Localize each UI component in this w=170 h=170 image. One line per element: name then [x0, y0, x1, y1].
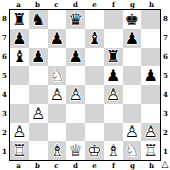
rank-label-6: 6 [161, 47, 170, 66]
rank-label-2: 2 [161, 123, 170, 142]
piece-outline: ♙ [123, 123, 142, 142]
piece-white-rook: ♜♖ [141, 141, 160, 160]
rank-label-4: 4 [0, 85, 9, 104]
square-a6[interactable]: ♝ [10, 48, 29, 67]
square-b5[interactable] [29, 66, 48, 85]
piece-white-pawn: ♟♙ [104, 85, 123, 104]
rank-label-5: 5 [0, 66, 9, 85]
file-label-a: a [9, 0, 28, 9]
square-d7[interactable] [66, 29, 85, 48]
square-g1[interactable]: ♞♘ [123, 141, 142, 160]
piece-outline: ♙ [10, 123, 29, 142]
piece-black-pawn: ♟ [66, 48, 85, 67]
file-label-d: d [66, 161, 85, 170]
square-d5[interactable] [66, 66, 85, 85]
rank-labels-right: 87654321 [161, 9, 170, 161]
rank-label-2: 2 [0, 123, 9, 142]
square-e5[interactable] [85, 66, 104, 85]
square-e2[interactable] [85, 123, 104, 142]
file-label-c: c [47, 0, 66, 9]
piece-outline: ♗ [48, 141, 67, 160]
square-h4[interactable] [141, 85, 160, 104]
square-g5[interactable] [123, 66, 142, 85]
square-d3[interactable] [66, 104, 85, 123]
square-c6[interactable] [48, 48, 67, 67]
piece-black-pawn: ♟ [29, 48, 48, 67]
piece-black-knight: ♞ [29, 10, 48, 29]
piece-outline: ♖ [10, 141, 29, 160]
file-label-g: g [123, 161, 142, 170]
piece-white-king: ♚♔ [85, 141, 104, 160]
piece-outline: ♙ [48, 85, 67, 104]
square-b1[interactable] [29, 141, 48, 160]
square-a7[interactable]: ♟ [10, 29, 29, 48]
rank-labels-left: 87654321 [0, 9, 9, 161]
piece-black-pawn: ♟ [141, 66, 160, 85]
square-e7[interactable]: ♝ [85, 29, 104, 48]
square-a2[interactable]: ♟♙ [10, 123, 29, 142]
piece-white-queen: ♛♕ [66, 141, 85, 160]
square-e4[interactable] [85, 85, 104, 104]
square-f3[interactable] [104, 104, 123, 123]
rank-label-6: 6 [0, 47, 9, 66]
piece-outline: ♘ [123, 141, 142, 160]
piece-outline: ♗ [104, 141, 123, 160]
file-label-h: h [142, 161, 161, 170]
square-a8[interactable]: ♜ [10, 10, 29, 29]
square-b4[interactable] [29, 85, 48, 104]
square-b7[interactable] [29, 29, 48, 48]
square-h3[interactable] [141, 104, 160, 123]
square-f6[interactable]: ♜ [104, 48, 123, 67]
square-e3[interactable] [85, 104, 104, 123]
square-h8[interactable] [141, 10, 160, 29]
square-c8[interactable] [48, 10, 67, 29]
piece-white-pawn: ♟♙ [10, 123, 29, 142]
piece-white-knight: ♞♘ [123, 141, 142, 160]
square-h6[interactable] [141, 48, 160, 67]
piece-outline: ♕ [66, 141, 85, 160]
square-d2[interactable] [66, 123, 85, 142]
file-label-e: e [85, 161, 104, 170]
square-c7[interactable]: ♟ [48, 29, 67, 48]
file-label-e: e [85, 0, 104, 9]
square-a4[interactable] [10, 85, 29, 104]
piece-black-rook: ♜ [10, 10, 29, 29]
rank-label-4: 4 [161, 85, 170, 104]
piece-white-knight: ♞♘ [48, 66, 67, 85]
piece-outline: ♖ [141, 141, 160, 160]
square-b8[interactable]: ♞ [29, 10, 48, 29]
piece-white-pawn: ♟♙ [123, 123, 142, 142]
piece-outline: ♙ [29, 104, 48, 123]
square-e6[interactable] [85, 48, 104, 67]
piece-black-pawn: ♟ [104, 66, 123, 85]
square-f8[interactable] [104, 10, 123, 29]
square-c5[interactable]: ♞♘ [48, 66, 67, 85]
square-g2[interactable]: ♟♙ [123, 123, 142, 142]
rank-label-8: 8 [161, 9, 170, 28]
square-g8[interactable]: ♚ [123, 10, 142, 29]
rank-label-5: 5 [161, 66, 170, 85]
square-d6[interactable]: ♟ [66, 48, 85, 67]
file-label-a: a [9, 161, 28, 170]
piece-outline: ♙ [141, 123, 160, 142]
file-label-f: f [104, 0, 123, 9]
piece-black-pawn: ♟ [10, 29, 29, 48]
file-label-b: b [28, 161, 47, 170]
square-g3[interactable] [123, 104, 142, 123]
file-labels-top: abcdefgh [9, 0, 161, 9]
piece-black-bishop: ♝ [85, 29, 104, 48]
white-to-move-indicator: △ [160, 158, 170, 170]
piece-white-pawn: ♟♙ [29, 104, 48, 123]
piece-outline: ♙ [104, 85, 123, 104]
square-d1[interactable]: ♛♕ [66, 141, 85, 160]
square-b6[interactable]: ♟ [29, 48, 48, 67]
square-e1[interactable]: ♚♔ [85, 141, 104, 160]
square-a1[interactable]: ♜♖ [10, 141, 29, 160]
piece-black-bishop: ♝ [10, 48, 29, 67]
square-b3[interactable]: ♟♙ [29, 104, 48, 123]
square-h2[interactable]: ♟♙ [141, 123, 160, 142]
square-h1[interactable]: ♜♖ [141, 141, 160, 160]
piece-outline: ♙ [66, 85, 85, 104]
file-label-h: h [142, 0, 161, 9]
piece-white-bishop: ♝♗ [48, 141, 67, 160]
piece-outline: ♔ [85, 141, 104, 160]
chess-diagram: abcdefgh 87654321 ♜♞♛♚♟♟♝♟♝♟♟♜♞♘♟♟♟♙♟♙♟♙… [0, 0, 170, 170]
piece-black-king: ♚ [123, 10, 142, 29]
piece-black-rook: ♜ [104, 48, 123, 67]
piece-white-rook: ♜♖ [10, 141, 29, 160]
square-a5[interactable] [10, 66, 29, 85]
square-c2[interactable] [48, 123, 67, 142]
square-d8[interactable]: ♛ [66, 10, 85, 29]
file-label-g: g [123, 0, 142, 9]
piece-outline: ♘ [48, 66, 67, 85]
square-b2[interactable] [29, 123, 48, 142]
piece-black-pawn: ♟ [48, 29, 67, 48]
piece-white-bishop: ♝♗ [104, 141, 123, 160]
piece-white-pawn: ♟♙ [48, 85, 67, 104]
rank-label-7: 7 [161, 28, 170, 47]
file-label-c: c [47, 161, 66, 170]
square-g6[interactable] [123, 48, 142, 67]
rank-label-3: 3 [161, 104, 170, 123]
square-f1[interactable]: ♝♗ [104, 141, 123, 160]
file-label-d: d [66, 0, 85, 9]
chess-board: ♜♞♛♚♟♟♝♟♝♟♟♜♞♘♟♟♟♙♟♙♟♙♟♙♟♙♟♙♟♙♜♖♝♗♛♕♚♔♝♗… [9, 9, 161, 161]
square-f2[interactable] [104, 123, 123, 142]
square-f4[interactable]: ♟♙ [104, 85, 123, 104]
file-label-b: b [28, 0, 47, 9]
piece-black-pawn: ♟ [123, 29, 142, 48]
piece-white-pawn: ♟♙ [141, 123, 160, 142]
square-c1[interactable]: ♝♗ [48, 141, 67, 160]
square-e8[interactable] [85, 10, 104, 29]
file-labels-bottom: abcdefgh [9, 161, 161, 170]
square-d4[interactable]: ♟♙ [66, 85, 85, 104]
square-f7[interactable] [104, 29, 123, 48]
square-g4[interactable] [123, 85, 142, 104]
rank-label-8: 8 [0, 9, 9, 28]
square-f5[interactable]: ♟ [104, 66, 123, 85]
square-h7[interactable] [141, 29, 160, 48]
rank-label-1: 1 [0, 142, 9, 161]
rank-label-3: 3 [0, 104, 9, 123]
piece-white-pawn: ♟♙ [66, 85, 85, 104]
piece-black-queen: ♛ [66, 10, 85, 29]
file-label-f: f [104, 161, 123, 170]
rank-label-7: 7 [0, 28, 9, 47]
square-g7[interactable]: ♟ [123, 29, 142, 48]
square-h5[interactable]: ♟ [141, 66, 160, 85]
square-a3[interactable] [10, 104, 29, 123]
square-c4[interactable]: ♟♙ [48, 85, 67, 104]
square-c3[interactable] [48, 104, 67, 123]
